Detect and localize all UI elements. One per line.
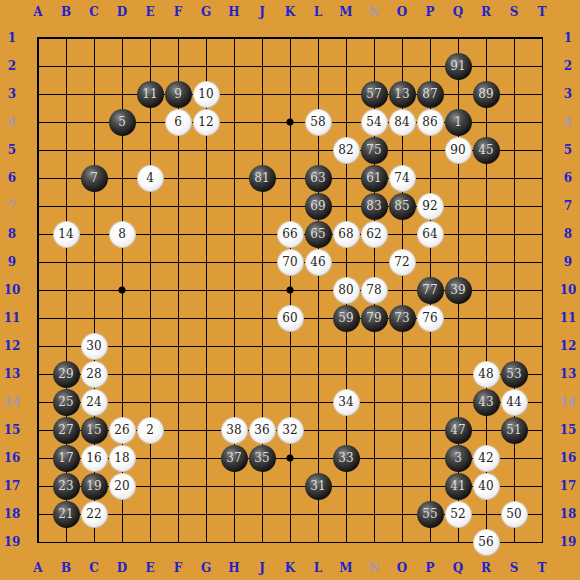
- coord-label-right-10: 10: [556, 276, 580, 304]
- coord-label-left-14: 14: [0, 388, 24, 416]
- move-number: 43: [478, 396, 493, 408]
- coord-label-top-E: E: [136, 0, 164, 24]
- move-number: 6: [174, 116, 182, 128]
- stone-white-44-S14[interactable]: 44: [501, 389, 528, 416]
- stone-black-27-B15[interactable]: 27: [53, 417, 80, 444]
- coord-label-right-5: 5: [556, 136, 580, 164]
- coord-label-left-16: 16: [0, 444, 24, 472]
- stone-white-78-N10[interactable]: 78: [361, 277, 388, 304]
- move-number: 22: [86, 508, 101, 520]
- stone-white-60-K11[interactable]: 60: [277, 305, 304, 332]
- stone-white-2-E15[interactable]: 2: [137, 417, 164, 444]
- move-number: 13: [394, 88, 409, 100]
- stone-black-55-P18[interactable]: 55: [417, 501, 444, 528]
- move-number: 91: [450, 60, 465, 72]
- coord-label-top-A: A: [24, 0, 52, 24]
- stone-black-23-B17[interactable]: 23: [53, 473, 80, 500]
- coord-label-bottom-E: E: [136, 556, 164, 580]
- stone-white-52-Q18[interactable]: 52: [445, 501, 472, 528]
- move-number: 47: [450, 424, 465, 436]
- stone-white-8-D8[interactable]: 8: [109, 221, 136, 248]
- coord-label-left-13: 13: [0, 360, 24, 388]
- stone-black-19-C17[interactable]: 19: [81, 473, 108, 500]
- move-number: 35: [254, 452, 269, 464]
- move-number: 55: [422, 508, 437, 520]
- stone-white-82-M5[interactable]: 82: [333, 137, 360, 164]
- stone-black-1-Q4[interactable]: 1: [445, 109, 472, 136]
- move-number: 62: [366, 228, 381, 240]
- move-number: 75: [366, 144, 381, 156]
- coord-label-left-18: 18: [0, 500, 24, 528]
- coord-label-left-2: 2: [0, 52, 24, 80]
- coord-label-left-11: 11: [0, 304, 24, 332]
- coord-label-top-O: O: [388, 0, 416, 24]
- coord-label-left-8: 8: [0, 220, 24, 248]
- coord-label-left-3: 3: [0, 80, 24, 108]
- coord-label-left-1: 1: [0, 24, 24, 52]
- coord-label-right-14: 14: [556, 388, 580, 416]
- stone-white-56-R19[interactable]: 56: [473, 529, 500, 556]
- coord-label-top-K: K: [276, 0, 304, 24]
- move-number: 15: [86, 424, 101, 436]
- move-number: 78: [366, 284, 381, 296]
- move-number: 72: [394, 256, 409, 268]
- move-number: 56: [478, 536, 493, 548]
- move-number: 41: [450, 480, 465, 492]
- move-number: 51: [506, 424, 521, 436]
- coord-label-bottom-L: L: [304, 556, 332, 580]
- stone-white-76-P11[interactable]: 76: [417, 305, 444, 332]
- stone-black-39-Q10[interactable]: 39: [445, 277, 472, 304]
- move-number: 64: [422, 228, 437, 240]
- move-number: 38: [226, 424, 241, 436]
- column-labels-bottom: ABCDEFGHJKLMNOPQRST: [24, 556, 556, 580]
- stone-black-65-L8[interactable]: 65: [305, 221, 332, 248]
- stone-white-74-O6[interactable]: 74: [389, 165, 416, 192]
- stone-white-20-D17[interactable]: 20: [109, 473, 136, 500]
- move-number: 37: [226, 452, 241, 464]
- move-number: 32: [282, 424, 297, 436]
- stone-black-7-C6[interactable]: 7: [81, 165, 108, 192]
- move-number: 31: [310, 480, 325, 492]
- stone-black-21-B18[interactable]: 21: [53, 501, 80, 528]
- stone-white-6-F4[interactable]: 6: [165, 109, 192, 136]
- stone-black-3-Q16[interactable]: 3: [445, 445, 472, 472]
- board-grid[interactable]: 1234567891011121314151617181920212223242…: [24, 24, 556, 556]
- stone-white-18-D16[interactable]: 18: [109, 445, 136, 472]
- coord-label-top-P: P: [416, 0, 444, 24]
- coord-label-right-18: 18: [556, 500, 580, 528]
- coord-label-bottom-N: N: [360, 556, 388, 580]
- stone-white-42-R16[interactable]: 42: [473, 445, 500, 472]
- stone-black-79-N11[interactable]: 79: [361, 305, 388, 332]
- move-number: 24: [86, 396, 101, 408]
- move-number: 16: [86, 452, 101, 464]
- move-number: 53: [506, 368, 521, 380]
- stone-black-61-N6[interactable]: 61: [361, 165, 388, 192]
- stone-black-87-P3[interactable]: 87: [417, 81, 444, 108]
- stone-black-69-L7[interactable]: 69: [305, 193, 332, 220]
- move-number: 80: [338, 284, 353, 296]
- coord-label-right-1: 1: [556, 24, 580, 52]
- coord-label-bottom-D: D: [108, 556, 136, 580]
- move-number: 34: [338, 396, 353, 408]
- coord-label-left-5: 5: [0, 136, 24, 164]
- stone-black-35-J16[interactable]: 35: [249, 445, 276, 472]
- coord-label-top-F: F: [164, 0, 192, 24]
- stone-white-28-C13[interactable]: 28: [81, 361, 108, 388]
- coord-label-right-17: 17: [556, 472, 580, 500]
- coord-label-bottom-P: P: [416, 556, 444, 580]
- move-number: 25: [58, 396, 73, 408]
- coord-label-left-10: 10: [0, 276, 24, 304]
- move-number: 50: [506, 508, 521, 520]
- stone-black-13-O3[interactable]: 13: [389, 81, 416, 108]
- stone-white-30-C12[interactable]: 30: [81, 333, 108, 360]
- coord-label-bottom-Q: Q: [444, 556, 472, 580]
- coord-label-top-G: G: [192, 0, 220, 24]
- move-number: 58: [310, 116, 325, 128]
- move-number: 3: [454, 452, 462, 464]
- move-number: 30: [86, 340, 101, 352]
- stone-black-89-R3[interactable]: 89: [473, 81, 500, 108]
- coord-label-right-6: 6: [556, 164, 580, 192]
- stone-black-17-B16[interactable]: 17: [53, 445, 80, 472]
- stone-black-59-M11[interactable]: 59: [333, 305, 360, 332]
- stone-black-91-Q2[interactable]: 91: [445, 53, 472, 80]
- coord-label-bottom-C: C: [80, 556, 108, 580]
- stone-black-63-L6[interactable]: 63: [305, 165, 332, 192]
- move-number: 28: [86, 368, 101, 380]
- coord-label-bottom-J: J: [248, 556, 276, 580]
- stone-white-36-J15[interactable]: 36: [249, 417, 276, 444]
- move-number: 90: [450, 144, 465, 156]
- move-number: 63: [310, 172, 325, 184]
- coord-label-left-6: 6: [0, 164, 24, 192]
- coord-label-top-J: J: [248, 0, 276, 24]
- move-number: 14: [58, 228, 73, 240]
- coord-label-bottom-T: T: [528, 556, 556, 580]
- coord-label-top-Q: Q: [444, 0, 472, 24]
- move-number: 57: [366, 88, 381, 100]
- coord-label-top-B: B: [52, 0, 80, 24]
- coord-label-right-12: 12: [556, 332, 580, 360]
- stone-black-51-S15[interactable]: 51: [501, 417, 528, 444]
- stone-black-15-C15[interactable]: 15: [81, 417, 108, 444]
- stone-black-81-J6[interactable]: 81: [249, 165, 276, 192]
- coord-label-left-9: 9: [0, 248, 24, 276]
- stone-white-64-P8[interactable]: 64: [417, 221, 444, 248]
- move-number: 8: [118, 228, 126, 240]
- stone-white-84-O4[interactable]: 84: [389, 109, 416, 136]
- move-number: 12: [198, 116, 213, 128]
- stone-white-48-R13[interactable]: 48: [473, 361, 500, 388]
- move-number: 52: [450, 508, 465, 520]
- move-number: 45: [478, 144, 493, 156]
- coord-label-bottom-B: B: [52, 556, 80, 580]
- stone-black-5-D4[interactable]: 5: [109, 109, 136, 136]
- move-number: 86: [422, 116, 437, 128]
- stone-black-77-P10[interactable]: 77: [417, 277, 444, 304]
- move-number: 74: [394, 172, 409, 184]
- coord-label-bottom-O: O: [388, 556, 416, 580]
- stone-white-62-N8[interactable]: 62: [361, 221, 388, 248]
- coord-label-top-S: S: [500, 0, 528, 24]
- coord-label-left-12: 12: [0, 332, 24, 360]
- coord-label-bottom-F: F: [164, 556, 192, 580]
- move-number: 27: [58, 424, 73, 436]
- coord-label-left-15: 15: [0, 416, 24, 444]
- stone-black-57-N3[interactable]: 57: [361, 81, 388, 108]
- move-number: 76: [422, 312, 437, 324]
- coord-label-top-L: L: [304, 0, 332, 24]
- coord-label-top-D: D: [108, 0, 136, 24]
- move-number: 70: [282, 256, 297, 268]
- stone-black-47-Q15[interactable]: 47: [445, 417, 472, 444]
- stone-black-73-O11[interactable]: 73: [389, 305, 416, 332]
- move-number: 10: [198, 88, 213, 100]
- coord-label-top-M: M: [332, 0, 360, 24]
- move-number: 9: [174, 88, 182, 100]
- move-number: 84: [394, 116, 409, 128]
- move-number: 59: [338, 312, 353, 324]
- stone-black-37-H16[interactable]: 37: [221, 445, 248, 472]
- stone-white-80-M10[interactable]: 80: [333, 277, 360, 304]
- stone-white-92-P7[interactable]: 92: [417, 193, 444, 220]
- stone-white-14-B8[interactable]: 14: [53, 221, 80, 248]
- stone-black-53-S13[interactable]: 53: [501, 361, 528, 388]
- coord-label-left-7: 7: [0, 192, 24, 220]
- stone-black-45-R5[interactable]: 45: [473, 137, 500, 164]
- stone-black-43-R14[interactable]: 43: [473, 389, 500, 416]
- coord-label-top-T: T: [528, 0, 556, 24]
- move-number: 21: [58, 508, 73, 520]
- move-number: 92: [422, 200, 437, 212]
- coord-label-bottom-A: A: [24, 556, 52, 580]
- stone-black-29-B13[interactable]: 29: [53, 361, 80, 388]
- move-number: 19: [86, 480, 101, 492]
- coord-label-left-17: 17: [0, 472, 24, 500]
- move-number: 1: [454, 116, 462, 128]
- move-number: 29: [58, 368, 73, 380]
- move-number: 26: [114, 424, 129, 436]
- move-number: 77: [422, 284, 437, 296]
- coord-label-right-9: 9: [556, 248, 580, 276]
- coord-label-bottom-R: R: [472, 556, 500, 580]
- stone-white-68-M8[interactable]: 68: [333, 221, 360, 248]
- move-number: 89: [478, 88, 493, 100]
- coord-label-right-4: 4: [556, 108, 580, 136]
- coord-label-right-15: 15: [556, 416, 580, 444]
- move-number: 20: [114, 480, 129, 492]
- move-number: 82: [338, 144, 353, 156]
- stone-white-38-H15[interactable]: 38: [221, 417, 248, 444]
- move-number: 83: [366, 200, 381, 212]
- move-number: 60: [282, 312, 297, 324]
- move-number: 69: [310, 200, 325, 212]
- stone-white-66-K8[interactable]: 66: [277, 221, 304, 248]
- move-number: 46: [310, 256, 325, 268]
- move-number: 36: [254, 424, 269, 436]
- stone-white-22-C18[interactable]: 22: [81, 501, 108, 528]
- stone-white-90-Q5[interactable]: 90: [445, 137, 472, 164]
- move-number: 42: [478, 452, 493, 464]
- coord-label-bottom-S: S: [500, 556, 528, 580]
- stone-white-26-D15[interactable]: 26: [109, 417, 136, 444]
- coord-label-right-8: 8: [556, 220, 580, 248]
- coord-label-top-C: C: [80, 0, 108, 24]
- move-number: 2: [146, 424, 154, 436]
- stone-black-41-Q17[interactable]: 41: [445, 473, 472, 500]
- move-number: 87: [422, 88, 437, 100]
- row-labels-left: 12345678910111213141516171819: [0, 24, 24, 556]
- coord-label-right-2: 2: [556, 52, 580, 80]
- coord-label-right-7: 7: [556, 192, 580, 220]
- stone-black-75-N5[interactable]: 75: [361, 137, 388, 164]
- coord-label-bottom-K: K: [276, 556, 304, 580]
- coord-label-left-4: 4: [0, 108, 24, 136]
- go-board: ABCDEFGHJKLMNOPQRST ABCDEFGHJKLMNOPQRST …: [0, 0, 580, 580]
- move-number: 5: [118, 116, 126, 128]
- stone-white-50-S18[interactable]: 50: [501, 501, 528, 528]
- stone-black-9-F3[interactable]: 9: [165, 81, 192, 108]
- column-labels-top: ABCDEFGHJKLMNOPQRST: [24, 0, 556, 24]
- row-labels-right: 12345678910111213141516171819: [556, 24, 580, 556]
- move-number: 33: [338, 452, 353, 464]
- stone-white-46-L9[interactable]: 46: [305, 249, 332, 276]
- coord-label-right-13: 13: [556, 360, 580, 388]
- stone-black-25-B14[interactable]: 25: [53, 389, 80, 416]
- stone-black-31-L17[interactable]: 31: [305, 473, 332, 500]
- move-number: 18: [114, 452, 129, 464]
- coord-label-bottom-H: H: [220, 556, 248, 580]
- move-number: 66: [282, 228, 297, 240]
- coord-label-right-16: 16: [556, 444, 580, 472]
- stone-white-34-M14[interactable]: 34: [333, 389, 360, 416]
- coord-label-top-N: N: [360, 0, 388, 24]
- move-number: 61: [366, 172, 381, 184]
- move-number: 39: [450, 284, 465, 296]
- move-number: 73: [394, 312, 409, 324]
- stone-white-86-P4[interactable]: 86: [417, 109, 444, 136]
- stone-white-16-C16[interactable]: 16: [81, 445, 108, 472]
- stone-white-72-O9[interactable]: 72: [389, 249, 416, 276]
- stone-white-24-C14[interactable]: 24: [81, 389, 108, 416]
- move-number: 68: [338, 228, 353, 240]
- stone-white-40-R17[interactable]: 40: [473, 473, 500, 500]
- coord-label-right-3: 3: [556, 80, 580, 108]
- move-number: 17: [58, 452, 73, 464]
- stone-white-32-K15[interactable]: 32: [277, 417, 304, 444]
- move-number: 85: [394, 200, 409, 212]
- move-number: 48: [478, 368, 493, 380]
- move-number: 81: [254, 172, 269, 184]
- stone-white-12-G4[interactable]: 12: [193, 109, 220, 136]
- coord-label-bottom-M: M: [332, 556, 360, 580]
- stone-white-54-N4[interactable]: 54: [361, 109, 388, 136]
- move-number: 11: [142, 88, 157, 100]
- coord-label-right-11: 11: [556, 304, 580, 332]
- move-number: 79: [366, 312, 381, 324]
- move-number: 7: [90, 172, 98, 184]
- coord-label-right-19: 19: [556, 528, 580, 556]
- stone-white-70-K9[interactable]: 70: [277, 249, 304, 276]
- coord-label-top-H: H: [220, 0, 248, 24]
- stone-white-58-L4[interactable]: 58: [305, 109, 332, 136]
- stone-white-4-E6[interactable]: 4: [137, 165, 164, 192]
- coord-label-bottom-G: G: [192, 556, 220, 580]
- move-number: 4: [146, 172, 154, 184]
- move-number: 54: [366, 116, 381, 128]
- move-number: 65: [310, 228, 325, 240]
- stone-white-10-G3[interactable]: 10: [193, 81, 220, 108]
- move-number: 44: [506, 396, 521, 408]
- stone-black-85-O7[interactable]: 85: [389, 193, 416, 220]
- move-number: 40: [478, 480, 493, 492]
- coord-label-left-19: 19: [0, 528, 24, 556]
- stone-black-11-E3[interactable]: 11: [137, 81, 164, 108]
- coord-label-top-R: R: [472, 0, 500, 24]
- stone-black-83-N7[interactable]: 83: [361, 193, 388, 220]
- stone-black-33-M16[interactable]: 33: [333, 445, 360, 472]
- move-number: 23: [58, 480, 73, 492]
